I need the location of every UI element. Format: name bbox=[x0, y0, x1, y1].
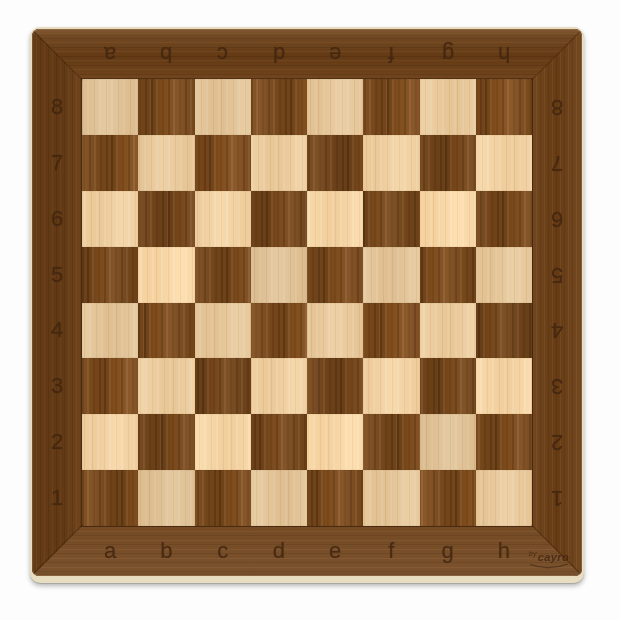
square-g2 bbox=[420, 414, 476, 470]
coord-top-c: c bbox=[217, 43, 228, 65]
square-g5 bbox=[420, 247, 476, 303]
square-h2 bbox=[476, 414, 532, 470]
coord-left-7: 7 bbox=[51, 152, 63, 174]
square-h5 bbox=[476, 247, 532, 303]
coords-right-ranks: 87654321 bbox=[532, 79, 582, 526]
coord-left-4: 4 bbox=[51, 319, 63, 341]
square-g8 bbox=[420, 79, 476, 135]
brand-prefix-text: by bbox=[529, 550, 537, 557]
square-e3 bbox=[307, 358, 363, 414]
square-a2 bbox=[82, 414, 138, 470]
square-b3 bbox=[138, 358, 194, 414]
square-b7 bbox=[138, 135, 194, 191]
square-e2 bbox=[307, 414, 363, 470]
coord-right-6: 6 bbox=[551, 208, 563, 230]
coord-bottom-a: a bbox=[104, 540, 116, 562]
coord-right-1: 1 bbox=[551, 487, 563, 509]
square-d6 bbox=[251, 191, 307, 247]
square-a1 bbox=[82, 470, 138, 526]
coord-top-h: h bbox=[498, 43, 510, 65]
square-e6 bbox=[307, 191, 363, 247]
coord-left-2: 2 bbox=[51, 431, 63, 453]
brand-swoosh-icon bbox=[528, 563, 570, 570]
square-a6 bbox=[82, 191, 138, 247]
square-c3 bbox=[195, 358, 251, 414]
square-f7 bbox=[363, 135, 419, 191]
coord-top-b: b bbox=[160, 43, 172, 65]
coord-bottom-g: g bbox=[442, 540, 454, 562]
square-b6 bbox=[138, 191, 194, 247]
square-e1 bbox=[307, 470, 363, 526]
square-h8 bbox=[476, 79, 532, 135]
square-b8 bbox=[138, 79, 194, 135]
square-c7 bbox=[195, 135, 251, 191]
coords-bottom-files: abcdefgh bbox=[82, 526, 532, 576]
square-b2 bbox=[138, 414, 194, 470]
square-b4 bbox=[138, 303, 194, 359]
square-e7 bbox=[307, 135, 363, 191]
square-f8 bbox=[363, 79, 419, 135]
square-c5 bbox=[195, 247, 251, 303]
square-e8 bbox=[307, 79, 363, 135]
square-h6 bbox=[476, 191, 532, 247]
square-d2 bbox=[251, 414, 307, 470]
square-d7 bbox=[251, 135, 307, 191]
square-e4 bbox=[307, 303, 363, 359]
square-c4 bbox=[195, 303, 251, 359]
board-grid bbox=[82, 79, 532, 526]
square-b5 bbox=[138, 247, 194, 303]
square-c1 bbox=[195, 470, 251, 526]
square-h7 bbox=[476, 135, 532, 191]
square-f4 bbox=[363, 303, 419, 359]
square-g3 bbox=[420, 358, 476, 414]
square-f5 bbox=[363, 247, 419, 303]
square-g1 bbox=[420, 470, 476, 526]
coord-top-a: a bbox=[104, 43, 116, 65]
square-d3 bbox=[251, 358, 307, 414]
coord-right-8: 8 bbox=[551, 96, 563, 118]
photo-background: abcdefgh abcdefgh 87654321 87654321 byca… bbox=[0, 0, 620, 620]
square-f1 bbox=[363, 470, 419, 526]
chess-board: abcdefgh abcdefgh 87654321 87654321 byca… bbox=[30, 27, 584, 583]
coords-left-ranks: 87654321 bbox=[32, 79, 82, 526]
coord-right-3: 3 bbox=[551, 375, 563, 397]
square-d4 bbox=[251, 303, 307, 359]
square-a7 bbox=[82, 135, 138, 191]
square-f2 bbox=[363, 414, 419, 470]
coord-left-6: 6 bbox=[51, 208, 63, 230]
square-c8 bbox=[195, 79, 251, 135]
square-d5 bbox=[251, 247, 307, 303]
coord-bottom-d: d bbox=[273, 540, 285, 562]
coord-left-3: 3 bbox=[51, 375, 63, 397]
brand-logo: bycayro bbox=[528, 548, 570, 570]
square-h3 bbox=[476, 358, 532, 414]
coord-top-e: e bbox=[329, 43, 341, 65]
square-c2 bbox=[195, 414, 251, 470]
coord-left-8: 8 bbox=[51, 96, 63, 118]
coord-right-7: 7 bbox=[551, 152, 563, 174]
coord-bottom-b: b bbox=[160, 540, 172, 562]
coord-bottom-f: f bbox=[388, 540, 394, 562]
square-a5 bbox=[82, 247, 138, 303]
coord-bottom-h: h bbox=[498, 540, 510, 562]
coord-top-f: f bbox=[388, 43, 394, 65]
square-a4 bbox=[82, 303, 138, 359]
square-g6 bbox=[420, 191, 476, 247]
square-e5 bbox=[307, 247, 363, 303]
coord-right-5: 5 bbox=[551, 264, 563, 286]
square-g4 bbox=[420, 303, 476, 359]
coords-top-files: abcdefgh bbox=[82, 29, 532, 79]
coord-bottom-c: c bbox=[217, 540, 228, 562]
square-h1 bbox=[476, 470, 532, 526]
square-c6 bbox=[195, 191, 251, 247]
coord-right-4: 4 bbox=[551, 319, 563, 341]
coord-top-d: d bbox=[273, 43, 285, 65]
coord-left-5: 5 bbox=[51, 264, 63, 286]
square-f6 bbox=[363, 191, 419, 247]
square-d8 bbox=[251, 79, 307, 135]
board-frame: abcdefgh abcdefgh 87654321 87654321 byca… bbox=[32, 29, 582, 576]
square-a3 bbox=[82, 358, 138, 414]
square-b1 bbox=[138, 470, 194, 526]
square-a8 bbox=[82, 79, 138, 135]
square-f3 bbox=[363, 358, 419, 414]
coord-bottom-e: e bbox=[329, 540, 341, 562]
square-h4 bbox=[476, 303, 532, 359]
square-d1 bbox=[251, 470, 307, 526]
square-g7 bbox=[420, 135, 476, 191]
coord-right-2: 2 bbox=[551, 431, 563, 453]
brand-name-text: cayro bbox=[538, 551, 569, 563]
coord-top-g: g bbox=[442, 43, 454, 65]
coord-left-1: 1 bbox=[51, 487, 63, 509]
